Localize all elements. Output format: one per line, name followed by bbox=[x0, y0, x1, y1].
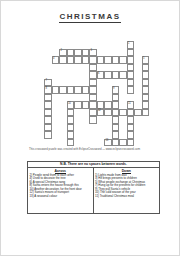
grid-cell bbox=[112, 124, 120, 132]
grid-cell bbox=[67, 116, 75, 124]
grid-cell bbox=[89, 94, 97, 102]
crossword-grid: 12345678910111213 bbox=[29, 41, 157, 146]
grid-cell bbox=[82, 86, 90, 94]
grid-cell bbox=[104, 56, 112, 64]
grid-cell bbox=[74, 56, 82, 64]
grid-cell bbox=[127, 116, 135, 124]
grid-cell bbox=[104, 71, 112, 79]
grid-cell bbox=[142, 109, 150, 117]
grid-cell bbox=[112, 71, 120, 79]
grid-cell bbox=[67, 131, 75, 139]
grid-cell bbox=[112, 131, 120, 139]
grid-cell: 9 bbox=[112, 86, 120, 94]
cell-number: 4 bbox=[53, 57, 54, 60]
grid-cell bbox=[67, 139, 75, 147]
grid-cell bbox=[82, 101, 90, 109]
grid-cell: 8 bbox=[44, 86, 52, 94]
cell-number: 8 bbox=[45, 87, 46, 90]
down-clues: Down 1) Lights made from wax3) He brings… bbox=[94, 168, 160, 213]
grid-cell bbox=[112, 94, 120, 102]
grid-cell bbox=[119, 56, 127, 64]
across-list: 2) People send them to each other4) Used… bbox=[30, 174, 92, 199]
grid-cell bbox=[142, 71, 150, 79]
grid-cell bbox=[89, 79, 97, 87]
grid-cell bbox=[44, 94, 52, 102]
grid-cell bbox=[127, 139, 135, 147]
grid-cell bbox=[112, 139, 120, 147]
grid-cell bbox=[112, 101, 120, 109]
grid-cell bbox=[44, 101, 52, 109]
clue-columns: Across 2) People send them to each other… bbox=[28, 168, 159, 213]
grid-cell bbox=[89, 71, 97, 79]
grid-cell bbox=[142, 79, 150, 87]
grid-cell bbox=[67, 56, 75, 64]
cell-number: 2 bbox=[60, 49, 61, 52]
grid-cell: 4 bbox=[52, 56, 60, 64]
attribution-note: This crossword puzzle was created with E… bbox=[29, 148, 159, 151]
grid-cell bbox=[127, 71, 135, 79]
cell-number: 7 bbox=[45, 79, 46, 82]
cell-number: 10 bbox=[68, 102, 71, 105]
grid-cell: 11 bbox=[127, 101, 135, 109]
grid-cell bbox=[119, 139, 127, 147]
grid-cell bbox=[127, 124, 135, 132]
grid-cell bbox=[119, 71, 127, 79]
clue-line: 11) Traditional Christmas meal bbox=[95, 195, 158, 199]
grid-cell bbox=[44, 124, 52, 132]
grid-cell bbox=[142, 64, 150, 72]
grid-cell bbox=[142, 86, 150, 94]
grid-cell bbox=[59, 56, 67, 64]
grid-cell bbox=[59, 86, 67, 94]
page-title-text: CHRISTMAS bbox=[59, 12, 120, 23]
grid-cell bbox=[89, 56, 97, 64]
grid-cell bbox=[127, 131, 135, 139]
grid-cell bbox=[67, 49, 75, 57]
grid-cell bbox=[112, 56, 120, 64]
grid-cell bbox=[127, 79, 135, 87]
grid-cell bbox=[112, 109, 120, 117]
grid-cell: 2 bbox=[59, 49, 67, 57]
grid-cell bbox=[127, 86, 135, 94]
grid-cell bbox=[89, 116, 97, 124]
cell-number: 11 bbox=[128, 102, 131, 105]
grid-cell bbox=[89, 86, 97, 94]
grid-cell bbox=[97, 56, 105, 64]
grid-cell bbox=[89, 101, 97, 109]
page-title: CHRISTMAS bbox=[1, 12, 179, 21]
grid-cell bbox=[67, 86, 75, 94]
grid-cell bbox=[97, 101, 105, 109]
grid-cell bbox=[134, 109, 142, 117]
grid-cell bbox=[89, 109, 97, 117]
grid-cell bbox=[74, 49, 82, 57]
cell-number: 5 bbox=[143, 57, 144, 60]
grid-cell bbox=[82, 56, 90, 64]
grid-cell bbox=[104, 109, 112, 117]
grid-cell bbox=[127, 49, 135, 57]
grid-cell bbox=[44, 131, 52, 139]
grid-cell bbox=[44, 109, 52, 117]
cell-number: 12 bbox=[98, 109, 101, 112]
grid-cell bbox=[104, 101, 112, 109]
grid-cell bbox=[112, 116, 120, 124]
grid-cell: 1 bbox=[127, 41, 135, 49]
cell-number: 1 bbox=[128, 42, 129, 45]
cell-number: 6 bbox=[98, 72, 99, 75]
grid-cell bbox=[127, 109, 135, 117]
grid-cell bbox=[74, 86, 82, 94]
grid-cell: 6 bbox=[97, 71, 105, 79]
cell-number: 3 bbox=[90, 49, 91, 52]
across-clues: Across 2) People send them to each other… bbox=[28, 168, 94, 213]
grid-cell bbox=[89, 64, 97, 72]
clue-box: N.B. There are no spaces between words. … bbox=[27, 161, 160, 214]
grid-cell: 10 bbox=[67, 101, 75, 109]
grid-cell bbox=[142, 101, 150, 109]
grid-cell bbox=[119, 109, 127, 117]
grid-cell: 12 bbox=[97, 109, 105, 117]
grid-cell bbox=[82, 49, 90, 57]
down-list: 1) Lights made from wax3) He brings pres… bbox=[95, 174, 158, 199]
worksheet-page: CHRISTMAS 12345678910111213 This crosswo… bbox=[0, 0, 180, 256]
grid-cell: 13 bbox=[104, 139, 112, 147]
grid-cell bbox=[44, 116, 52, 124]
grid-cell: 5 bbox=[142, 56, 150, 64]
grid-cell bbox=[52, 86, 60, 94]
grid-cell bbox=[67, 124, 75, 132]
grid-cell bbox=[67, 109, 75, 117]
grid-cell bbox=[127, 56, 135, 64]
clue-line: 13) A seasonal colour bbox=[30, 195, 92, 199]
grid-cell: 3 bbox=[89, 49, 97, 57]
grid-cell: 7 bbox=[44, 79, 52, 87]
grid-cell bbox=[127, 64, 135, 72]
grid-cell bbox=[142, 94, 150, 102]
cell-number: 9 bbox=[113, 87, 114, 90]
cell-number: 13 bbox=[105, 139, 108, 142]
grid-cell bbox=[74, 101, 82, 109]
